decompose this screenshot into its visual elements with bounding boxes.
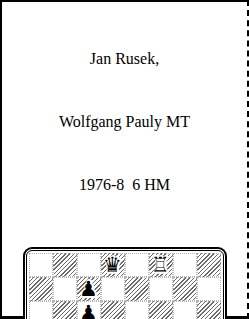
board-frame: ♛♛♜♖♟♟♟♟♟♟♚♔♝♗♟♟♟♙♝♗♟♙♛♛♟♙♞♘♚♚♞♘♜♖ (23, 247, 227, 319)
square-a8 (29, 253, 53, 277)
problem-title: Jan Rusek, Wolfgang Pauly MT 1976-8 6 HM (2, 2, 247, 237)
square-g6 (173, 301, 197, 319)
white-rook-f8: ♜♖ (149, 253, 173, 277)
square-c8 (77, 253, 101, 277)
black-queen-d8: ♛♛ (101, 253, 125, 277)
title-line-1: Jan Rusek, (2, 48, 247, 69)
square-e6 (125, 301, 149, 319)
square-d8: ♛♛ (101, 253, 125, 277)
piece-glyph: ♟ (77, 301, 101, 319)
piece-glyph: ♖ (149, 253, 173, 277)
title-line-2: Wolfgang Pauly MT (2, 111, 247, 132)
square-b8 (53, 253, 77, 277)
square-h7 (197, 277, 221, 301)
square-h6 (197, 301, 221, 319)
square-b7 (53, 277, 77, 301)
square-f6 (149, 301, 173, 319)
black-pawn-c6: ♟♟ (77, 301, 101, 319)
square-a6 (29, 301, 53, 319)
square-g8 (173, 253, 197, 277)
square-f7 (149, 277, 173, 301)
square-c6: ♟♟ (77, 301, 101, 319)
piece-glyph: ♛ (101, 253, 125, 277)
problem-diagram-page: Jan Rusek, Wolfgang Pauly MT 1976-8 6 HM… (0, 0, 249, 319)
chess-board: ♛♛♜♖♟♟♟♟♟♟♚♔♝♗♟♟♟♙♝♗♟♙♛♛♟♙♞♘♚♚♞♘♜♖ (29, 253, 221, 319)
square-e8 (125, 253, 149, 277)
square-d7 (101, 277, 125, 301)
square-a7 (29, 277, 53, 301)
square-g7 (173, 277, 197, 301)
square-e7 (125, 277, 149, 301)
square-h8 (197, 253, 221, 277)
square-b6 (53, 301, 77, 319)
square-f8: ♜♖ (149, 253, 173, 277)
black-pawn-c7: ♟♟ (77, 277, 101, 301)
board-inner-frame: ♛♛♜♖♟♟♟♟♟♟♚♔♝♗♟♟♟♙♝♗♟♙♛♛♟♙♞♘♚♚♞♘♜♖ (26, 250, 224, 319)
title-line-3: 1976-8 6 HM (2, 174, 247, 195)
square-c7: ♟♟ (77, 277, 101, 301)
piece-glyph: ♟ (77, 277, 101, 301)
square-d6 (101, 301, 125, 319)
